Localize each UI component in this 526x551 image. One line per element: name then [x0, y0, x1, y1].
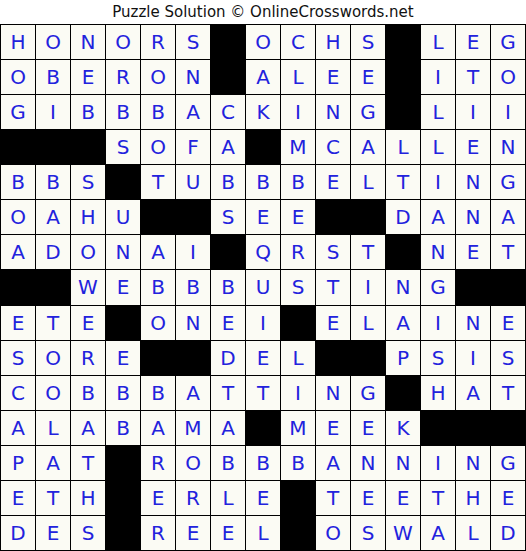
cell-r12c9: M: [281, 411, 315, 445]
cell-r3c1: G: [1, 95, 35, 129]
cell-r15c6: E: [176, 516, 210, 550]
cell-r12c3: A: [71, 411, 105, 445]
cell-r11c9: I: [281, 376, 315, 410]
cell-r9c6: N: [176, 306, 210, 340]
cell-r8c9: S: [281, 270, 315, 304]
cell-r13c5: R: [141, 446, 175, 480]
cell-r13c1: P: [1, 446, 35, 480]
cell-r9c10: E: [316, 306, 350, 340]
cell-r7c2: D: [36, 235, 70, 269]
cell-r13c14: N: [456, 446, 490, 480]
cell-r8c4: E: [106, 270, 140, 304]
cell-r4c9: M: [281, 130, 315, 164]
cell-r9c13: I: [421, 306, 455, 340]
cell-r2c8: A: [246, 60, 280, 94]
cell-r11c2: O: [36, 376, 70, 410]
cell-r2c3: E: [71, 60, 105, 94]
black-cell-r4c8: [246, 130, 280, 164]
cell-r15c13: A: [421, 516, 455, 550]
cell-r10c13: S: [421, 341, 455, 375]
cell-r6c1: O: [1, 200, 35, 234]
cell-r12c4: B: [106, 411, 140, 445]
black-cell-r12c8: [246, 411, 280, 445]
cell-r4c13: L: [421, 130, 455, 164]
cell-r10c2: O: [36, 341, 70, 375]
cell-r11c11: G: [351, 376, 385, 410]
black-cell-r9c9: [281, 306, 315, 340]
black-cell-r8c1: [1, 270, 35, 304]
cell-r13c8: B: [246, 446, 280, 480]
black-cell-r6c11: [351, 200, 385, 234]
cell-r8c3: W: [71, 270, 105, 304]
cell-r14c2: T: [36, 481, 70, 515]
cell-r11c6: A: [176, 376, 210, 410]
cell-r14c13: T: [421, 481, 455, 515]
cell-r14c1: E: [1, 481, 35, 515]
black-cell-r7c7: [211, 235, 245, 269]
cell-r2c11: E: [351, 60, 385, 94]
black-cell-r6c6: [176, 200, 210, 234]
black-cell-r4c3: [71, 130, 105, 164]
cell-r5c15: G: [491, 165, 525, 199]
cell-r14c6: R: [176, 481, 210, 515]
crossword-grid: HONORSOCHSLEGOBERONALEEITOGIBBBACKINGLII…: [0, 24, 526, 551]
cell-r12c7: A: [211, 411, 245, 445]
cell-r11c8: T: [246, 376, 280, 410]
cell-r3c2: I: [36, 95, 70, 129]
cell-r6c15: A: [491, 200, 525, 234]
cell-r2c13: I: [421, 60, 455, 94]
cell-r15c1: D: [1, 516, 35, 550]
cell-r15c15: D: [491, 516, 525, 550]
cell-r14c8: E: [246, 481, 280, 515]
cell-r15c5: R: [141, 516, 175, 550]
cell-r3c11: G: [351, 95, 385, 129]
cell-r15c14: L: [456, 516, 490, 550]
cell-r5c10: E: [316, 165, 350, 199]
cell-r10c3: R: [71, 341, 105, 375]
cell-r5c12: T: [386, 165, 420, 199]
puzzle-solution-page: Puzzle Solution © OnlineCrosswords.net H…: [0, 0, 526, 551]
cell-r4c4: S: [106, 130, 140, 164]
cell-r1c4: O: [106, 25, 140, 59]
cell-r3c9: I: [281, 95, 315, 129]
cell-r10c12: P: [386, 341, 420, 375]
black-cell-r4c2: [36, 130, 70, 164]
black-cell-r3c12: [386, 95, 420, 129]
cell-r2c1: O: [1, 60, 35, 94]
cell-r14c7: L: [211, 481, 245, 515]
cell-r10c14: I: [456, 341, 490, 375]
cell-r11c3: B: [71, 376, 105, 410]
cell-r2c10: E: [316, 60, 350, 94]
cell-r3c13: L: [421, 95, 455, 129]
black-cell-r14c9: [281, 481, 315, 515]
cell-r4c14: E: [456, 130, 490, 164]
cell-r1c9: C: [281, 25, 315, 59]
cell-r6c12: D: [386, 200, 420, 234]
cell-r2c5: O: [141, 60, 175, 94]
cell-r3c5: B: [141, 95, 175, 129]
cell-r7c5: A: [141, 235, 175, 269]
cell-r14c5: E: [141, 481, 175, 515]
cell-r15c2: E: [36, 516, 70, 550]
cell-r12c6: M: [176, 411, 210, 445]
cell-r2c9: L: [281, 60, 315, 94]
cell-r15c8: L: [246, 516, 280, 550]
cell-r12c12: K: [386, 411, 420, 445]
cell-r10c9: L: [281, 341, 315, 375]
cell-r1c10: H: [316, 25, 350, 59]
cell-r7c6: I: [176, 235, 210, 269]
cell-r14c14: H: [456, 481, 490, 515]
black-cell-r10c10: [316, 341, 350, 375]
title-bar: Puzzle Solution © OnlineCrosswords.net: [0, 0, 526, 24]
cell-r12c11: E: [351, 411, 385, 445]
cell-r7c9: R: [281, 235, 315, 269]
cell-r7c11: T: [351, 235, 385, 269]
cell-r5c8: B: [246, 165, 280, 199]
black-cell-r15c9: [281, 516, 315, 550]
cell-r13c3: T: [71, 446, 105, 480]
cell-r6c14: N: [456, 200, 490, 234]
cell-r6c7: S: [211, 200, 245, 234]
cell-r13c12: N: [386, 446, 420, 480]
cell-r7c1: A: [1, 235, 35, 269]
black-cell-r9c4: [106, 306, 140, 340]
cell-r9c8: I: [246, 306, 280, 340]
cell-r13c7: B: [211, 446, 245, 480]
cell-r8c6: B: [176, 270, 210, 304]
cell-r7c14: E: [456, 235, 490, 269]
cell-r1c6: S: [176, 25, 210, 59]
cell-r12c1: A: [1, 411, 35, 445]
cell-r7c15: T: [491, 235, 525, 269]
cell-r5c13: I: [421, 165, 455, 199]
cell-r2c4: R: [106, 60, 140, 94]
cell-r3c14: I: [456, 95, 490, 129]
black-cell-r8c14: [456, 270, 490, 304]
cell-r14c3: H: [71, 481, 105, 515]
cell-r5c7: B: [211, 165, 245, 199]
cell-r14c12: E: [386, 481, 420, 515]
cell-r11c5: B: [141, 376, 175, 410]
cell-r1c3: N: [71, 25, 105, 59]
cell-r7c3: O: [71, 235, 105, 269]
cell-r12c10: E: [316, 411, 350, 445]
cell-r6c9: E: [281, 200, 315, 234]
cell-r7c10: S: [316, 235, 350, 269]
cell-r6c2: A: [36, 200, 70, 234]
cell-r10c15: S: [491, 341, 525, 375]
black-cell-r6c10: [316, 200, 350, 234]
black-cell-r12c14: [456, 411, 490, 445]
cell-r8c5: B: [141, 270, 175, 304]
cell-r8c13: G: [421, 270, 455, 304]
black-cell-r11c12: [386, 376, 420, 410]
black-cell-r13c4: [106, 446, 140, 480]
black-cell-r7c12: [386, 235, 420, 269]
cell-r11c10: N: [316, 376, 350, 410]
cell-r4c15: N: [491, 130, 525, 164]
cell-r15c12: W: [386, 516, 420, 550]
cell-r1c15: G: [491, 25, 525, 59]
cell-r3c6: A: [176, 95, 210, 129]
cell-r2c15: O: [491, 60, 525, 94]
cell-r4c11: A: [351, 130, 385, 164]
cell-r4c12: L: [386, 130, 420, 164]
black-cell-r8c15: [491, 270, 525, 304]
cell-r8c12: N: [386, 270, 420, 304]
cell-r9c2: T: [36, 306, 70, 340]
cell-r9c11: L: [351, 306, 385, 340]
cell-r6c3: H: [71, 200, 105, 234]
cell-r15c10: O: [316, 516, 350, 550]
cell-r8c10: T: [316, 270, 350, 304]
cell-r7c8: Q: [246, 235, 280, 269]
cell-r3c10: N: [316, 95, 350, 129]
cell-r6c13: A: [421, 200, 455, 234]
cell-r3c7: C: [211, 95, 245, 129]
black-cell-r1c12: [386, 25, 420, 59]
cell-r6c4: U: [106, 200, 140, 234]
cell-r3c15: I: [491, 95, 525, 129]
black-cell-r4c1: [1, 130, 35, 164]
cell-r2c2: B: [36, 60, 70, 94]
cell-r10c1: S: [1, 341, 35, 375]
cell-r7c13: N: [421, 235, 455, 269]
cell-r5c1: B: [1, 165, 35, 199]
black-cell-r12c15: [491, 411, 525, 445]
black-cell-r2c12: [386, 60, 420, 94]
cell-r15c11: S: [351, 516, 385, 550]
cell-r14c11: E: [351, 481, 385, 515]
cell-r5c2: B: [36, 165, 70, 199]
cell-r8c7: B: [211, 270, 245, 304]
cell-r14c15: E: [491, 481, 525, 515]
cell-r2c14: T: [456, 60, 490, 94]
cell-r13c15: G: [491, 446, 525, 480]
black-cell-r10c6: [176, 341, 210, 375]
black-cell-r14c4: [106, 481, 140, 515]
cell-r3c3: B: [71, 95, 105, 129]
cell-r12c2: L: [36, 411, 70, 445]
cell-r1c8: O: [246, 25, 280, 59]
cell-r15c7: E: [211, 516, 245, 550]
cell-r6c8: E: [246, 200, 280, 234]
cell-r4c7: A: [211, 130, 245, 164]
black-cell-r1c7: [211, 25, 245, 59]
cell-r3c4: B: [106, 95, 140, 129]
cell-r14c10: T: [316, 481, 350, 515]
cell-r11c4: B: [106, 376, 140, 410]
cell-r1c2: O: [36, 25, 70, 59]
cell-r3c8: K: [246, 95, 280, 129]
cell-r4c10: C: [316, 130, 350, 164]
cell-r10c7: D: [211, 341, 245, 375]
cell-r5c9: B: [281, 165, 315, 199]
cell-r10c4: E: [106, 341, 140, 375]
cell-r11c15: T: [491, 376, 525, 410]
cell-r15c3: S: [71, 516, 105, 550]
cell-r7c4: N: [106, 235, 140, 269]
cell-r13c9: B: [281, 446, 315, 480]
cell-r9c5: O: [141, 306, 175, 340]
black-cell-r15c4: [106, 516, 140, 550]
cell-r5c5: T: [141, 165, 175, 199]
cell-r9c7: E: [211, 306, 245, 340]
cell-r4c6: F: [176, 130, 210, 164]
page-title: Puzzle Solution © OnlineCrosswords.net: [112, 3, 413, 21]
cell-r9c12: A: [386, 306, 420, 340]
cell-r2c6: N: [176, 60, 210, 94]
black-cell-r5c4: [106, 165, 140, 199]
black-cell-r6c5: [141, 200, 175, 234]
cell-r5c3: S: [71, 165, 105, 199]
cell-r1c5: R: [141, 25, 175, 59]
cell-r13c6: O: [176, 446, 210, 480]
cell-r9c3: E: [71, 306, 105, 340]
cell-r1c14: E: [456, 25, 490, 59]
cell-r11c14: A: [456, 376, 490, 410]
cell-r5c6: U: [176, 165, 210, 199]
cell-r11c13: H: [421, 376, 455, 410]
cell-r5c11: L: [351, 165, 385, 199]
black-cell-r8c2: [36, 270, 70, 304]
cell-r4c5: O: [141, 130, 175, 164]
cell-r12c5: A: [141, 411, 175, 445]
cell-r13c11: N: [351, 446, 385, 480]
cell-r13c10: A: [316, 446, 350, 480]
cell-r10c8: E: [246, 341, 280, 375]
cell-r9c14: N: [456, 306, 490, 340]
cell-r11c7: T: [211, 376, 245, 410]
black-cell-r10c11: [351, 341, 385, 375]
cell-r8c11: I: [351, 270, 385, 304]
cell-r1c1: H: [1, 25, 35, 59]
cell-r8c8: U: [246, 270, 280, 304]
cell-r11c1: C: [1, 376, 35, 410]
black-cell-r2c7: [211, 60, 245, 94]
cell-r9c1: E: [1, 306, 35, 340]
cell-r5c14: N: [456, 165, 490, 199]
black-cell-r10c5: [141, 341, 175, 375]
black-cell-r12c13: [421, 411, 455, 445]
cell-r1c13: L: [421, 25, 455, 59]
cell-r13c2: A: [36, 446, 70, 480]
cell-r9c15: E: [491, 306, 525, 340]
cell-r13c13: I: [421, 446, 455, 480]
cell-r1c11: S: [351, 25, 385, 59]
